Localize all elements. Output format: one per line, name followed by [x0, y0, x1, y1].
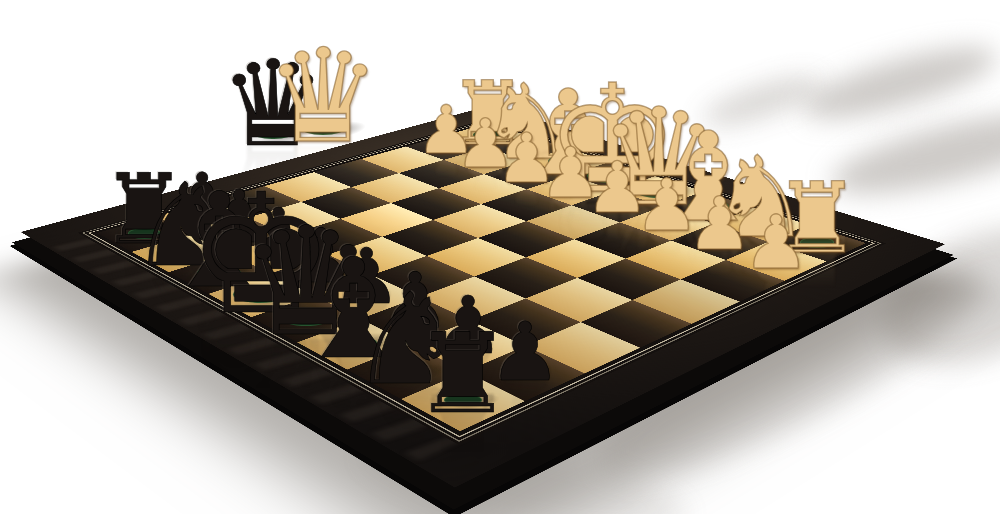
extra-black-queen-icon: ♛ [220, 45, 327, 164]
piece-shadow [248, 120, 324, 150]
felt-base [254, 128, 292, 139]
felt-base [302, 122, 343, 134]
chess-set-photo: ♛♛♛♛ ♜♜♞♞♝♝♛♛♚♚♝♝♞♞♜♜♟♟♟♟♟♟♟♟♟♟♟♟♟♟♟♟♟♟♟… [0, 0, 1000, 514]
piece-cast-shadow [798, 33, 1000, 132]
chess-board [21, 105, 945, 487]
